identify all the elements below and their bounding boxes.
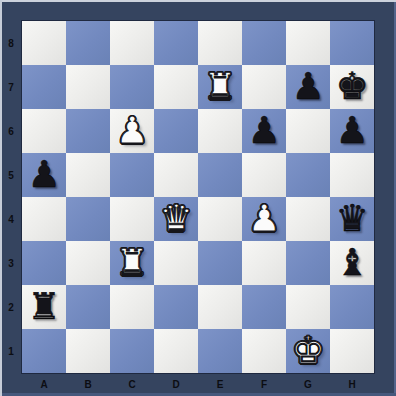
frame-edge-left: [0, 0, 2, 396]
white-rook[interactable]: ♜: [110, 241, 154, 285]
square-d8[interactable]: [154, 21, 198, 65]
square-h7[interactable]: ♚: [330, 65, 374, 109]
chessboard-frame: 87654321 ♜♟♚♟♟♟♟♛♟♛♜♝♜♚ ABCDEFGH: [0, 0, 396, 396]
square-h1[interactable]: [330, 329, 374, 373]
rank-label-4: 4: [0, 197, 22, 241]
black-rook[interactable]: ♜: [22, 285, 66, 329]
square-b6[interactable]: [66, 109, 110, 153]
square-a6[interactable]: [22, 109, 66, 153]
square-e2[interactable]: [198, 285, 242, 329]
square-c1[interactable]: [110, 329, 154, 373]
square-e6[interactable]: [198, 109, 242, 153]
square-f6[interactable]: ♟: [242, 109, 286, 153]
square-h8[interactable]: [330, 21, 374, 65]
square-a2[interactable]: ♜: [22, 285, 66, 329]
black-pawn[interactable]: ♟: [330, 109, 374, 153]
square-c3[interactable]: ♜: [110, 241, 154, 285]
square-h5[interactable]: [330, 153, 374, 197]
black-pawn[interactable]: ♟: [242, 109, 286, 153]
square-g6[interactable]: [286, 109, 330, 153]
rank-label-1: 1: [0, 329, 22, 373]
square-b8[interactable]: [66, 21, 110, 65]
square-g5[interactable]: [286, 153, 330, 197]
square-h4[interactable]: ♛: [330, 197, 374, 241]
rank-label-8: 8: [0, 21, 22, 65]
square-h6[interactable]: ♟: [330, 109, 374, 153]
square-f3[interactable]: [242, 241, 286, 285]
square-f4[interactable]: ♟: [242, 197, 286, 241]
black-king[interactable]: ♚: [330, 65, 374, 109]
square-c7[interactable]: [110, 65, 154, 109]
square-a7[interactable]: [22, 65, 66, 109]
square-c2[interactable]: [110, 285, 154, 329]
square-a8[interactable]: [22, 21, 66, 65]
white-pawn[interactable]: ♟: [242, 197, 286, 241]
square-h3[interactable]: ♝: [330, 241, 374, 285]
square-d1[interactable]: [154, 329, 198, 373]
rank-label-3: 3: [0, 241, 22, 285]
square-g2[interactable]: [286, 285, 330, 329]
square-h2[interactable]: [330, 285, 374, 329]
square-g1[interactable]: ♚: [286, 329, 330, 373]
square-b7[interactable]: [66, 65, 110, 109]
square-g3[interactable]: [286, 241, 330, 285]
square-f1[interactable]: [242, 329, 286, 373]
square-f5[interactable]: [242, 153, 286, 197]
rank-label-2: 2: [0, 285, 22, 329]
square-a3[interactable]: [22, 241, 66, 285]
square-b3[interactable]: [66, 241, 110, 285]
white-pawn[interactable]: ♟: [110, 109, 154, 153]
square-e4[interactable]: [198, 197, 242, 241]
black-bishop[interactable]: ♝: [330, 241, 374, 285]
square-b2[interactable]: [66, 285, 110, 329]
square-d5[interactable]: [154, 153, 198, 197]
square-d7[interactable]: [154, 65, 198, 109]
white-queen[interactable]: ♛: [154, 197, 198, 241]
rank-label-5: 5: [0, 153, 22, 197]
square-e5[interactable]: [198, 153, 242, 197]
square-b5[interactable]: [66, 153, 110, 197]
square-c5[interactable]: [110, 153, 154, 197]
square-a4[interactable]: [22, 197, 66, 241]
square-e7[interactable]: ♜: [198, 65, 242, 109]
square-f2[interactable]: [242, 285, 286, 329]
square-c6[interactable]: ♟: [110, 109, 154, 153]
square-f7[interactable]: [242, 65, 286, 109]
square-b1[interactable]: [66, 329, 110, 373]
square-c4[interactable]: [110, 197, 154, 241]
white-rook[interactable]: ♜: [198, 65, 242, 109]
square-b4[interactable]: [66, 197, 110, 241]
square-e8[interactable]: [198, 21, 242, 65]
square-d4[interactable]: ♛: [154, 197, 198, 241]
chess-board: ♜♟♚♟♟♟♟♛♟♛♜♝♜♚: [22, 21, 374, 373]
square-e1[interactable]: [198, 329, 242, 373]
square-a5[interactable]: ♟: [22, 153, 66, 197]
white-king[interactable]: ♚: [286, 329, 330, 373]
rank-label-6: 6: [0, 109, 22, 153]
black-pawn[interactable]: ♟: [286, 65, 330, 109]
square-d2[interactable]: [154, 285, 198, 329]
square-g4[interactable]: [286, 197, 330, 241]
square-g8[interactable]: [286, 21, 330, 65]
rank-labels: 87654321: [0, 21, 22, 373]
black-pawn[interactable]: ♟: [22, 153, 66, 197]
square-f8[interactable]: [242, 21, 286, 65]
rank-label-7: 7: [0, 65, 22, 109]
square-a1[interactable]: [22, 329, 66, 373]
square-d6[interactable]: [154, 109, 198, 153]
square-e3[interactable]: [198, 241, 242, 285]
black-queen[interactable]: ♛: [330, 197, 374, 241]
square-c8[interactable]: [110, 21, 154, 65]
square-d3[interactable]: [154, 241, 198, 285]
frame-edge-top: [0, 0, 396, 2]
square-g7[interactable]: ♟: [286, 65, 330, 109]
